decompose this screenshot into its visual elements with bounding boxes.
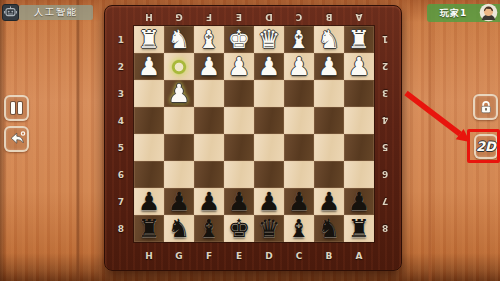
white-piece-N-b1: ♞ xyxy=(318,26,340,53)
rank-label-2: 2 xyxy=(374,53,396,80)
rank-label-5: 5 xyxy=(110,134,132,161)
file-label-e: E xyxy=(224,248,254,264)
ai-player-banner: 人工智能 xyxy=(0,4,93,21)
file-labels-top: HGFEDCBA xyxy=(134,9,374,25)
square-d5[interactable] xyxy=(254,134,284,161)
last-move-origin-indicator xyxy=(171,59,187,75)
square-c3[interactable] xyxy=(284,80,314,107)
square-h3[interactable] xyxy=(134,80,164,107)
square-d6[interactable] xyxy=(254,161,284,188)
square-e1[interactable]: ♚ xyxy=(224,26,254,53)
white-piece-P-e2: ♟ xyxy=(228,53,250,80)
square-f7[interactable]: ♟ xyxy=(194,188,224,215)
square-a7[interactable]: ♟ xyxy=(344,188,374,215)
file-label-d: D xyxy=(254,9,284,25)
white-piece-N-g1: ♞ xyxy=(168,26,190,53)
file-label-f: F xyxy=(194,248,224,264)
square-h1[interactable]: ♜ xyxy=(134,26,164,53)
square-a4[interactable] xyxy=(344,107,374,134)
white-piece-R-h1: ♜ xyxy=(138,26,160,53)
file-label-c: C xyxy=(284,248,314,264)
square-a2[interactable]: ♟ xyxy=(344,53,374,80)
square-e4[interactable] xyxy=(224,107,254,134)
square-h2[interactable]: ♟ xyxy=(134,53,164,80)
black-piece-P-g7: ♟ xyxy=(168,188,190,215)
padlock-icon xyxy=(478,99,494,115)
square-b1[interactable]: ♞ xyxy=(314,26,344,53)
file-label-g: G xyxy=(164,9,194,25)
white-piece-B-c1: ♝ xyxy=(288,26,310,53)
square-d2[interactable]: ♟ xyxy=(254,53,284,80)
rank-label-3: 3 xyxy=(110,80,132,107)
white-piece-P-d2: ♟ xyxy=(258,53,280,80)
chess-app-screen: HGFEDCBA HGFEDCBA 12345678 12345678 ♜♞♝♚… xyxy=(0,0,500,281)
square-a8[interactable]: ♜ xyxy=(344,215,374,242)
square-c6[interactable] xyxy=(284,161,314,188)
square-f3[interactable] xyxy=(194,80,224,107)
rank-labels-right: 12345678 xyxy=(374,26,396,242)
ai-player-name: 人工智能 xyxy=(19,5,93,20)
black-piece-K-e8: ♚ xyxy=(228,215,250,242)
black-piece-P-c7: ♟ xyxy=(288,188,310,215)
white-piece-P-g3: ♟ xyxy=(168,80,190,107)
white-piece-B-f1: ♝ xyxy=(198,26,220,53)
file-label-b: B xyxy=(314,9,344,25)
square-g4[interactable] xyxy=(164,107,194,134)
square-b5[interactable] xyxy=(314,134,344,161)
white-piece-P-f2: ♟ xyxy=(198,53,220,80)
rank-label-4: 4 xyxy=(374,107,396,134)
black-piece-P-h7: ♟ xyxy=(138,188,160,215)
pause-icon xyxy=(11,102,22,114)
annotation-arrow xyxy=(400,85,475,155)
square-d8[interactable]: ♛ xyxy=(254,215,284,242)
rank-label-1: 1 xyxy=(374,26,396,53)
file-label-c: C xyxy=(284,9,314,25)
white-piece-R-a1: ♜ xyxy=(348,26,370,53)
square-c1[interactable]: ♝ xyxy=(284,26,314,53)
white-piece-Q-d1: ♛ xyxy=(258,26,280,53)
square-f2[interactable]: ♟ xyxy=(194,53,224,80)
square-a6[interactable] xyxy=(344,161,374,188)
square-e7[interactable]: ♟ xyxy=(224,188,254,215)
square-d3[interactable] xyxy=(254,80,284,107)
square-f4[interactable] xyxy=(194,107,224,134)
white-piece-P-a2: ♟ xyxy=(348,53,370,80)
rank-label-4: 4 xyxy=(110,107,132,134)
square-h5[interactable] xyxy=(134,134,164,161)
white-piece-P-b2: ♟ xyxy=(318,53,340,80)
square-h4[interactable] xyxy=(134,107,164,134)
black-piece-R-h8: ♜ xyxy=(138,215,160,242)
black-piece-B-c8: ♝ xyxy=(288,215,310,242)
black-piece-P-a7: ♟ xyxy=(348,188,370,215)
square-h8[interactable]: ♜ xyxy=(134,215,164,242)
undo-button[interactable] xyxy=(4,126,29,152)
black-piece-R-a8: ♜ xyxy=(348,215,370,242)
square-b2[interactable]: ♟ xyxy=(314,53,344,80)
square-g2[interactable] xyxy=(164,53,194,80)
rank-label-8: 8 xyxy=(374,215,396,242)
rank-label-6: 6 xyxy=(374,161,396,188)
square-b7[interactable]: ♟ xyxy=(314,188,344,215)
black-piece-P-e7: ♟ xyxy=(228,188,250,215)
square-e6[interactable] xyxy=(224,161,254,188)
square-c2[interactable]: ♟ xyxy=(284,53,314,80)
rank-label-6: 6 xyxy=(110,161,132,188)
square-b4[interactable] xyxy=(314,107,344,134)
square-c4[interactable] xyxy=(284,107,314,134)
robot-icon xyxy=(2,4,19,21)
pause-button[interactable] xyxy=(4,95,29,121)
square-g5[interactable] xyxy=(164,134,194,161)
white-piece-P-c2: ♟ xyxy=(288,53,310,80)
square-e3[interactable] xyxy=(224,80,254,107)
rank-label-7: 7 xyxy=(110,188,132,215)
square-f1[interactable]: ♝ xyxy=(194,26,224,53)
rank-label-1: 1 xyxy=(110,26,132,53)
undo-arrow-icon xyxy=(8,130,26,148)
square-g7[interactable]: ♟ xyxy=(164,188,194,215)
square-f5[interactable] xyxy=(194,134,224,161)
black-piece-Q-d8: ♛ xyxy=(258,215,280,242)
square-h7[interactable]: ♟ xyxy=(134,188,164,215)
file-label-a: A xyxy=(344,248,374,264)
square-h6[interactable] xyxy=(134,161,164,188)
black-piece-N-b8: ♞ xyxy=(318,215,340,242)
square-d1[interactable]: ♛ xyxy=(254,26,284,53)
square-g8[interactable]: ♞ xyxy=(164,215,194,242)
rank-labels-left: 12345678 xyxy=(110,26,132,242)
square-a5[interactable] xyxy=(344,134,374,161)
player1-name: 玩家1 xyxy=(440,7,467,20)
square-a1[interactable]: ♜ xyxy=(344,26,374,53)
square-c5[interactable] xyxy=(284,134,314,161)
rank-label-8: 8 xyxy=(110,215,132,242)
white-piece-K-e1: ♚ xyxy=(228,26,250,53)
square-c7[interactable]: ♟ xyxy=(284,188,314,215)
black-piece-P-d7: ♟ xyxy=(258,188,280,215)
file-label-d: D xyxy=(254,248,284,264)
square-e5[interactable] xyxy=(224,134,254,161)
rank-label-7: 7 xyxy=(374,188,396,215)
square-e8[interactable]: ♚ xyxy=(224,215,254,242)
file-label-f: F xyxy=(194,9,224,25)
black-piece-B-f8: ♝ xyxy=(198,215,220,242)
square-f8[interactable]: ♝ xyxy=(194,215,224,242)
player1-avatar-icon xyxy=(479,3,498,22)
black-piece-P-b7: ♟ xyxy=(318,188,340,215)
square-g6[interactable] xyxy=(164,161,194,188)
white-piece-P-h2: ♟ xyxy=(138,53,160,80)
square-b6[interactable] xyxy=(314,161,344,188)
square-b3[interactable] xyxy=(314,80,344,107)
rank-label-3: 3 xyxy=(374,80,396,107)
square-e2[interactable]: ♟ xyxy=(224,53,254,80)
file-label-a: A xyxy=(344,9,374,25)
square-a3[interactable] xyxy=(344,80,374,107)
player1-banner: 玩家1 xyxy=(427,4,500,22)
chess-board: HGFEDCBA HGFEDCBA 12345678 12345678 ♜♞♝♚… xyxy=(104,5,402,271)
square-f6[interactable] xyxy=(194,161,224,188)
black-piece-N-g8: ♞ xyxy=(168,215,190,242)
square-c8[interactable]: ♝ xyxy=(284,215,314,242)
rank-label-2: 2 xyxy=(110,53,132,80)
square-d7[interactable]: ♟ xyxy=(254,188,284,215)
square-b8[interactable]: ♞ xyxy=(314,215,344,242)
square-g1[interactable]: ♞ xyxy=(164,26,194,53)
lock-button[interactable] xyxy=(473,94,498,120)
file-label-e: E xyxy=(224,9,254,25)
file-label-b: B xyxy=(314,248,344,264)
file-label-h: H xyxy=(134,248,164,264)
black-piece-P-f7: ♟ xyxy=(198,188,220,215)
file-label-h: H xyxy=(134,9,164,25)
board-grid: ♜♞♝♚♛♝♞♜♟♟♟♟♟♟♟♟♟♟♟♟♟♟♟♟♜♞♝♚♛♝♞♜ xyxy=(134,26,374,242)
file-label-g: G xyxy=(164,248,194,264)
rank-label-5: 5 xyxy=(374,134,396,161)
square-d4[interactable] xyxy=(254,107,284,134)
file-labels-bottom: HGFEDCBA xyxy=(134,248,374,264)
square-g3[interactable]: ♟ xyxy=(164,80,194,107)
